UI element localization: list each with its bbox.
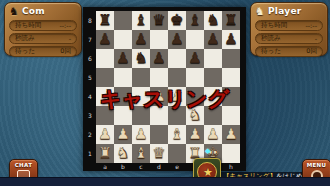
square-g2[interactable]: ♟ — [204, 125, 222, 144]
square-b1[interactable]: ♞ — [114, 144, 132, 163]
square-f2[interactable]: ♟ — [186, 125, 204, 144]
com-undo-label: 待った — [15, 47, 35, 56]
rank-label-3: 3 — [85, 112, 95, 119]
square-h8[interactable]: ♜ — [222, 11, 240, 30]
white-knight-b1[interactable]: ♞ — [114, 144, 132, 163]
square-d2[interactable] — [150, 125, 168, 144]
player-title-row: ♞ Player — [251, 3, 327, 18]
square-f7[interactable] — [186, 30, 204, 49]
square-b8[interactable] — [114, 11, 132, 30]
white-queen-d1[interactable]: ♛ — [150, 144, 168, 163]
file-label-d: d — [150, 163, 168, 170]
square-e2[interactable]: ♝ — [168, 125, 186, 144]
square-a1[interactable]: ♜ — [96, 144, 114, 163]
square-e1[interactable] — [168, 144, 186, 163]
castling-banner: キャスリング — [83, 85, 246, 113]
black-pawn-g7[interactable]: ♟ — [204, 30, 222, 49]
com-player-panel: ♞ Com 持ち時間 --:-- 秒読み - 待った 0回 — [4, 2, 82, 56]
white-pawn-c2[interactable]: ♟ — [132, 125, 150, 144]
square-h7[interactable]: ♟ — [222, 30, 240, 49]
square-b2[interactable]: ♟ — [114, 125, 132, 144]
square-c2[interactable]: ♟ — [132, 125, 150, 144]
black-pawn-c7[interactable]: ♟ — [132, 30, 150, 49]
player-byoyomi-row: 秒読み - — [255, 33, 323, 44]
black-king-e8[interactable]: ♚ — [168, 11, 186, 30]
square-a7[interactable]: ♟ — [96, 30, 114, 49]
square-f8[interactable]: ♝ — [186, 11, 204, 30]
white-pawn-g2[interactable]: ♟ — [204, 125, 222, 144]
white-bishop-c1[interactable]: ♝ — [132, 144, 150, 163]
com-time-value: --:-- — [59, 22, 71, 30]
black-knight-c6[interactable]: ♞ — [132, 49, 150, 68]
player-time-row: 持ち時間 --:-- — [255, 20, 323, 31]
square-c7[interactable]: ♟ — [132, 30, 150, 49]
player-byoyomi-value: - — [315, 35, 317, 43]
square-f6[interactable]: ♟ — [186, 49, 204, 68]
com-name: Com — [22, 6, 45, 16]
white-pawn-h2[interactable]: ♟ — [222, 125, 240, 144]
square-e6[interactable] — [168, 49, 186, 68]
black-rook-h8[interactable]: ♜ — [222, 11, 240, 30]
square-d8[interactable]: ♛ — [150, 11, 168, 30]
file-label-a: a — [96, 163, 114, 170]
rank-label-5: 5 — [85, 74, 95, 81]
square-g6[interactable] — [204, 49, 222, 68]
black-queen-d8[interactable]: ♛ — [150, 11, 168, 30]
black-rook-a8[interactable]: ♜ — [96, 11, 114, 30]
white-rook-a1[interactable]: ♜ — [96, 144, 114, 163]
black-knight-g8[interactable]: ♞ — [204, 11, 222, 30]
sparkle-icon: ◆ — [205, 147, 210, 155]
player-time-value: --:-- — [305, 22, 317, 30]
player-name: Player — [268, 6, 302, 16]
chat-button-label: CHAT — [10, 162, 37, 168]
menu-button-label: MENU — [303, 162, 330, 168]
black-pawn-d6[interactable]: ♟ — [150, 49, 168, 68]
black-bishop-c8[interactable]: ♝ — [132, 11, 150, 30]
square-d1[interactable]: ♛ — [150, 144, 168, 163]
player-undo-value: 0回 — [306, 47, 317, 56]
bottom-bar — [0, 177, 330, 186]
rank-label-2: 2 — [85, 131, 95, 138]
player-byoyomi-label: 秒読み — [261, 34, 281, 43]
com-undo-row: 待った 0回 — [9, 46, 77, 57]
rank-label-8: 8 — [85, 17, 95, 24]
black-pawn-h7[interactable]: ♟ — [222, 30, 240, 49]
black-knight-icon: ♞ — [9, 6, 19, 17]
white-pawn-a2[interactable]: ♟ — [96, 125, 114, 144]
square-e8[interactable]: ♚ — [168, 11, 186, 30]
com-byoyomi-row: 秒読み - — [9, 33, 77, 44]
square-b6[interactable]: ♟ — [114, 49, 132, 68]
square-d7[interactable] — [150, 30, 168, 49]
black-pawn-f6[interactable]: ♟ — [186, 49, 204, 68]
com-byoyomi-label: 秒読み — [15, 34, 35, 43]
com-time-label: 持ち時間 — [15, 21, 41, 30]
com-byoyomi-value: - — [69, 35, 71, 43]
file-label-c: c — [132, 163, 150, 170]
white-pawn-f2[interactable]: ♟ — [186, 125, 204, 144]
black-bishop-f8[interactable]: ♝ — [186, 11, 204, 30]
black-pawn-b6[interactable]: ♟ — [114, 49, 132, 68]
player-time-label: 持ち時間 — [261, 21, 287, 30]
com-time-row: 持ち時間 --:-- — [9, 20, 77, 31]
square-a2[interactable]: ♟ — [96, 125, 114, 144]
file-label-b: b — [114, 163, 132, 170]
black-pawn-a7[interactable]: ♟ — [96, 30, 114, 49]
rank-label-7: 7 — [85, 36, 95, 43]
player-undo-label: 待った — [261, 47, 281, 56]
square-h6[interactable] — [222, 49, 240, 68]
white-bishop-e2[interactable]: ♝ — [168, 125, 186, 144]
game-screen: ♞ Com 持ち時間 --:-- 秒読み - 待った 0回 ♞ Player 持… — [0, 0, 330, 186]
square-c1[interactable]: ♝ — [132, 144, 150, 163]
square-c6[interactable]: ♞ — [132, 49, 150, 68]
white-pawn-b2[interactable]: ♟ — [114, 125, 132, 144]
square-c8[interactable]: ♝ — [132, 11, 150, 30]
black-pawn-e7[interactable]: ♟ — [168, 30, 186, 49]
square-h1[interactable] — [222, 144, 240, 163]
rank-label-1: 1 — [85, 150, 95, 157]
square-a6[interactable] — [96, 49, 114, 68]
square-d6[interactable]: ♟ — [150, 49, 168, 68]
square-a8[interactable]: ♜ — [96, 11, 114, 30]
human-player-panel: ♞ Player 持ち時間 --:-- 秒読み - 待った 0回 — [250, 2, 328, 56]
com-title-row: ♞ Com — [5, 3, 81, 18]
white-knight-icon: ♞ — [255, 6, 265, 17]
square-b7[interactable] — [114, 30, 132, 49]
file-label-e: e — [168, 163, 186, 170]
square-g7[interactable]: ♟ — [204, 30, 222, 49]
com-undo-value: 0回 — [60, 47, 71, 56]
player-undo-row: 待った 0回 — [255, 46, 323, 57]
rank-label-6: 6 — [85, 55, 95, 62]
square-h2[interactable]: ♟ — [222, 125, 240, 144]
square-g8[interactable]: ♞ — [204, 11, 222, 30]
square-e7[interactable]: ♟ — [168, 30, 186, 49]
